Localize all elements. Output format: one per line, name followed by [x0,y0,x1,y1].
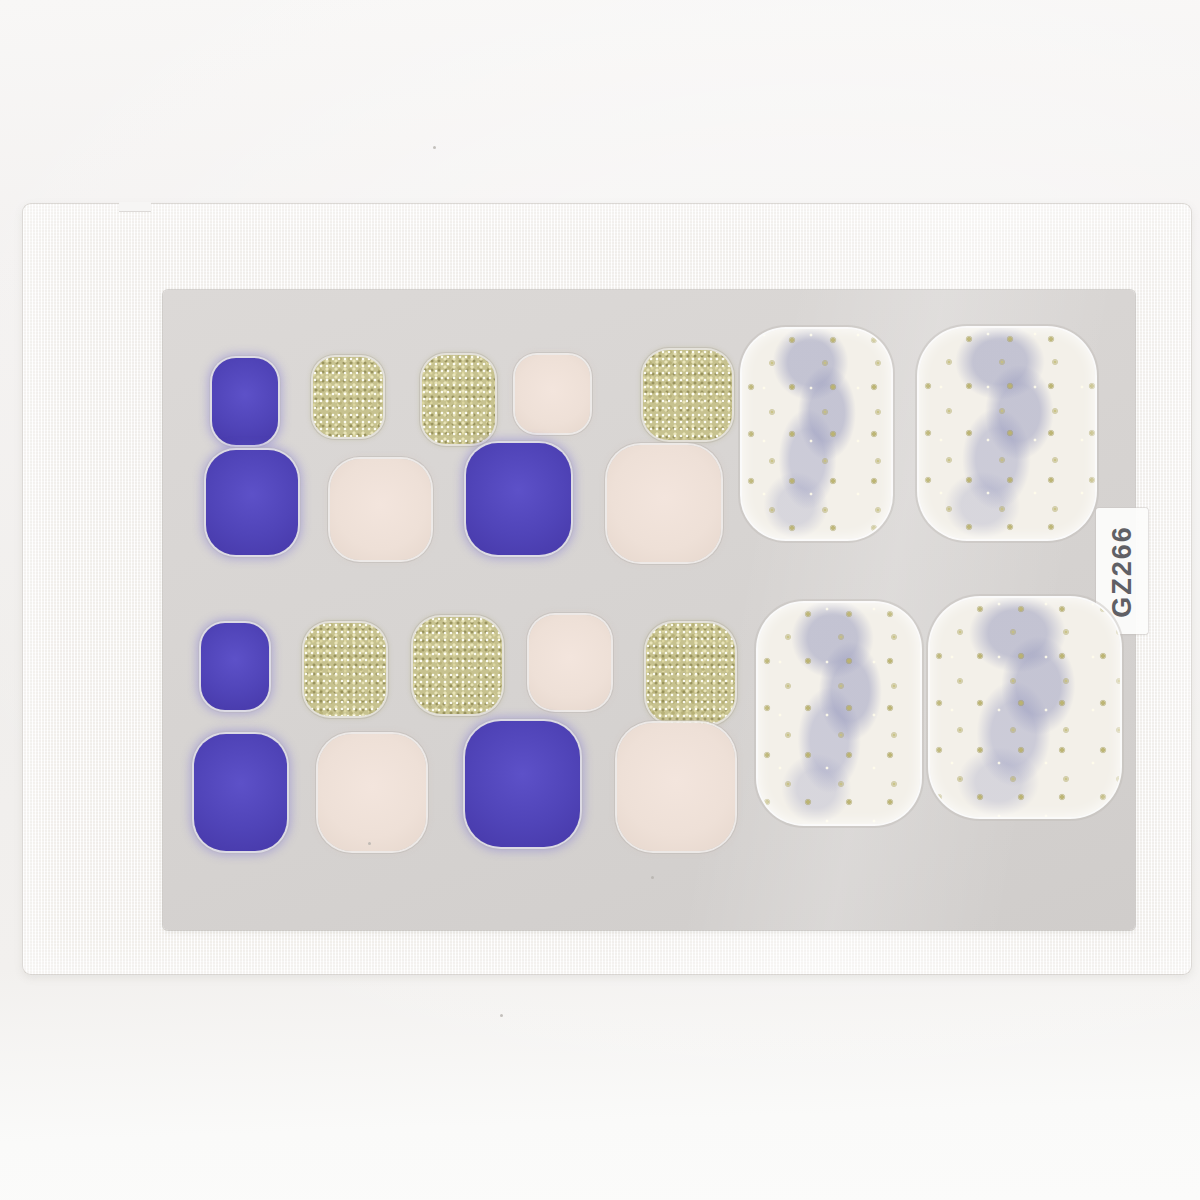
dust-speck [433,146,436,149]
nail-sticker-purple [194,734,287,851]
nail-sticker-gold [413,617,502,714]
stickers-layer [0,0,1200,1200]
nail-sticker-marble [742,329,891,539]
nail-sticker-pink [515,355,590,433]
nail-sticker-purple [212,358,278,445]
nail-sticker-gold [643,350,732,440]
nail-sticker-gold [313,357,383,437]
nail-sticker-purple [465,721,580,847]
dust-speck [651,876,654,879]
nail-sticker-pink [529,615,611,710]
nail-sticker-purple [466,443,571,555]
nail-sticker-pink [617,723,735,851]
nail-sticker-pink [330,459,431,560]
nail-sticker-marble [758,603,920,824]
nail-sticker-gold [422,355,495,444]
nail-sticker-gold [646,623,735,724]
nail-sticker-pink [607,445,721,562]
nail-sticker-pink [318,734,426,851]
product-photo: GZ266 [0,0,1200,1200]
nail-sticker-purple [201,623,269,710]
dust-speck [368,842,371,845]
nail-sticker-gold [304,623,386,716]
nail-sticker-marble [919,328,1095,539]
nail-sticker-marble [930,598,1120,817]
dust-speck [500,1014,503,1017]
nail-sticker-purple [206,450,298,555]
